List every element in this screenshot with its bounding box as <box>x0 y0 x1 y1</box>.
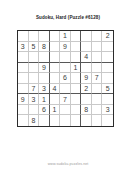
cell-r7c9[interactable] <box>102 94 113 105</box>
cell-r3c4[interactable] <box>50 52 61 63</box>
cell-r1c2[interactable] <box>29 31 40 42</box>
cell-r2c7[interactable] <box>81 42 92 53</box>
cell-r7c7[interactable] <box>81 94 92 105</box>
cell-r5c8[interactable]: 7 <box>92 73 103 84</box>
cell-r7c3[interactable]: 1 <box>39 94 50 105</box>
cell-r2c4[interactable] <box>50 42 61 53</box>
cell-r4c2[interactable] <box>29 63 40 74</box>
cell-r8c5[interactable] <box>60 105 71 116</box>
cell-r5c7[interactable]: 9 <box>81 73 92 84</box>
cell-r8c2[interactable] <box>29 105 40 116</box>
cell-r9c7[interactable] <box>81 115 92 126</box>
cell-r5c6[interactable] <box>71 73 82 84</box>
cell-r9c4[interactable] <box>50 115 61 126</box>
cell-r9c5[interactable] <box>60 115 71 126</box>
cell-r3c2[interactable] <box>29 52 40 63</box>
cell-r5c9[interactable] <box>102 73 113 84</box>
cell-r6c8[interactable] <box>92 84 103 95</box>
cell-r7c8[interactable] <box>92 94 103 105</box>
cell-r8c3[interactable]: 6 <box>39 105 50 116</box>
cell-r9c1[interactable] <box>18 115 29 126</box>
cell-r2c5[interactable]: 9 <box>60 42 71 53</box>
cell-r5c3[interactable] <box>39 73 50 84</box>
cell-r9c6[interactable] <box>71 115 82 126</box>
cell-r6c1[interactable] <box>18 84 29 95</box>
cell-r5c2[interactable] <box>29 73 40 84</box>
cell-r2c3[interactable]: 8 <box>39 42 50 53</box>
cell-r1c1[interactable] <box>18 31 29 42</box>
cell-r1c9[interactable]: 2 <box>102 31 113 42</box>
cell-r1c4[interactable] <box>50 31 61 42</box>
cell-r3c8[interactable] <box>92 52 103 63</box>
cell-r6c9[interactable]: 5 <box>102 84 113 95</box>
cell-r4c7[interactable] <box>81 63 92 74</box>
cell-r1c5[interactable]: 1 <box>60 31 71 42</box>
cell-r4c8[interactable] <box>92 63 103 74</box>
sudoku-board: 12358949169773425931761838 <box>17 30 114 127</box>
cell-r6c3[interactable]: 3 <box>39 84 50 95</box>
cell-r8c8[interactable] <box>92 105 103 116</box>
cell-r4c3[interactable]: 9 <box>39 63 50 74</box>
cell-r2c9[interactable] <box>102 42 113 53</box>
cell-r9c2[interactable]: 8 <box>29 115 40 126</box>
cell-r1c7[interactable] <box>81 31 92 42</box>
cell-r5c4[interactable] <box>50 73 61 84</box>
cell-r8c6[interactable] <box>71 105 82 116</box>
cell-r6c2[interactable]: 7 <box>29 84 40 95</box>
cell-r4c9[interactable] <box>102 63 113 74</box>
cell-r3c1[interactable] <box>18 52 29 63</box>
cell-r1c8[interactable] <box>92 31 103 42</box>
cell-r3c7[interactable]: 4 <box>81 52 92 63</box>
cell-r1c6[interactable] <box>71 31 82 42</box>
cell-r4c1[interactable] <box>18 63 29 74</box>
cell-r9c8[interactable] <box>92 115 103 126</box>
cell-r8c7[interactable]: 8 <box>81 105 92 116</box>
cell-r4c5[interactable] <box>60 63 71 74</box>
cell-r4c6[interactable]: 1 <box>71 63 82 74</box>
cell-r7c2[interactable]: 3 <box>29 94 40 105</box>
cell-r6c4[interactable]: 4 <box>50 84 61 95</box>
cell-r3c3[interactable] <box>39 52 50 63</box>
cell-r3c6[interactable] <box>71 52 82 63</box>
cell-r2c8[interactable] <box>92 42 103 53</box>
cell-r4c4[interactable] <box>50 63 61 74</box>
cell-r6c6[interactable] <box>71 84 82 95</box>
cell-r2c6[interactable] <box>71 42 82 53</box>
cell-r9c3[interactable] <box>39 115 50 126</box>
cell-r2c2[interactable]: 5 <box>29 42 40 53</box>
cell-r3c5[interactable] <box>60 52 71 63</box>
page-title: Sudoku, Hard (Puzzle #6128) <box>0 15 136 21</box>
cell-r5c5[interactable]: 6 <box>60 73 71 84</box>
cell-r8c1[interactable] <box>18 105 29 116</box>
cell-r1c3[interactable] <box>39 31 50 42</box>
cell-r2c1[interactable]: 3 <box>18 42 29 53</box>
footer-url: www.sudoku-puzzles.net <box>0 162 136 166</box>
cell-r9c9[interactable] <box>102 115 113 126</box>
cell-r8c4[interactable]: 1 <box>50 105 61 116</box>
cell-r7c1[interactable]: 9 <box>18 94 29 105</box>
cell-r5c1[interactable] <box>18 73 29 84</box>
cell-r6c5[interactable] <box>60 84 71 95</box>
cell-r7c4[interactable] <box>50 94 61 105</box>
cell-r6c7[interactable]: 2 <box>81 84 92 95</box>
cell-r8c9[interactable]: 3 <box>102 105 113 116</box>
cell-r7c5[interactable]: 7 <box>60 94 71 105</box>
cell-r7c6[interactable] <box>71 94 82 105</box>
cell-r3c9[interactable] <box>102 52 113 63</box>
